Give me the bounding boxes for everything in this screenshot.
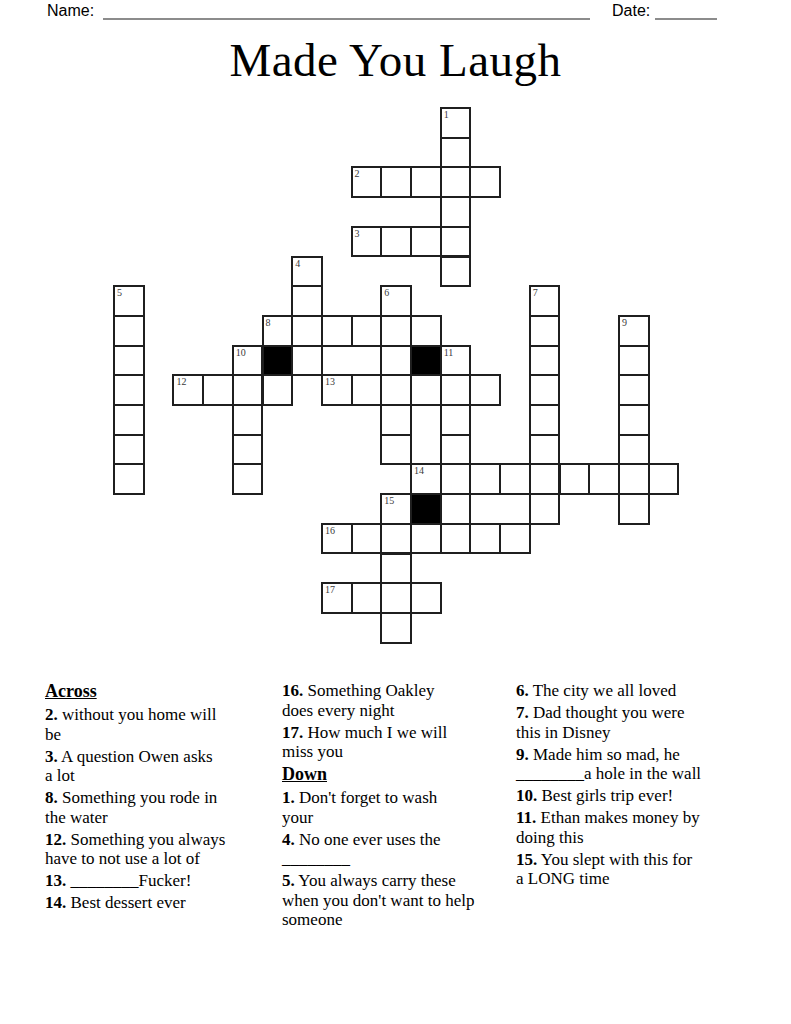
- clue-column-3: 6. The city we all loved7. Dad thought y…: [516, 681, 738, 891]
- clue: 1. Don't forget to wash your: [282, 788, 512, 827]
- grid-cell[interactable]: 13: [321, 374, 353, 406]
- clue-text: How much I we will miss you: [282, 723, 447, 762]
- grid-cell[interactable]: [351, 315, 383, 347]
- clue: 7. Dad thought you were this in Disney: [516, 703, 738, 742]
- clue-text: Made him so mad, he ________a hole in th…: [516, 745, 701, 784]
- clue-text: Best dessert ever: [66, 893, 185, 912]
- clue-column-1: Across2. without you home will be3. A qu…: [45, 681, 257, 915]
- grid-cell[interactable]: [351, 374, 383, 406]
- grid-cell[interactable]: [380, 582, 412, 614]
- grid-cell[interactable]: [648, 463, 680, 495]
- grid-cell[interactable]: [113, 434, 145, 466]
- clue-number: 4.: [282, 830, 295, 849]
- grid-cell[interactable]: [410, 226, 442, 258]
- date-fill-in-line[interactable]: [655, 17, 717, 20]
- grid-cell[interactable]: [291, 285, 323, 317]
- clue: 9. Made him so mad, he ________a hole in…: [516, 745, 738, 784]
- clue-number: 14.: [45, 893, 66, 912]
- grid-cell[interactable]: [351, 523, 383, 555]
- cell-number: 15: [384, 495, 394, 506]
- grid-cell[interactable]: [380, 404, 412, 436]
- name-fill-in-line[interactable]: [103, 17, 590, 20]
- grid-cell[interactable]: 15: [380, 493, 412, 525]
- clue: 17. How much I we will miss you: [282, 723, 512, 762]
- grid-cell[interactable]: [410, 315, 442, 347]
- clue-number: 2.: [45, 705, 58, 724]
- cell-number: 5: [117, 287, 122, 298]
- clue-column-2: 16. Something Oakley does every night17.…: [282, 681, 512, 932]
- grid-cell[interactable]: [529, 404, 561, 436]
- grid-cell[interactable]: [291, 315, 323, 347]
- grid-cell[interactable]: 10: [232, 345, 264, 377]
- grid-cell[interactable]: [113, 345, 145, 377]
- grid-cell[interactable]: [380, 553, 412, 585]
- clue-number: 17.: [282, 723, 303, 742]
- grid-cell[interactable]: [440, 166, 472, 198]
- grid-cell[interactable]: [440, 226, 472, 258]
- cell-number: 1: [444, 109, 449, 120]
- grid-cell[interactable]: [202, 374, 234, 406]
- cell-number: 13: [325, 376, 335, 387]
- clue-number: 13.: [45, 871, 66, 890]
- grid-cell[interactable]: [410, 523, 442, 555]
- grid-cell[interactable]: [291, 345, 323, 377]
- cell-number: 7: [533, 287, 538, 298]
- grid-cell[interactable]: [262, 374, 294, 406]
- grid-cell[interactable]: [232, 404, 264, 436]
- block-cell: [410, 345, 442, 377]
- grid-cell[interactable]: [618, 374, 650, 406]
- block-cell: [410, 493, 442, 525]
- clue-text: The city we all loved: [529, 681, 676, 700]
- grid-cell[interactable]: [380, 523, 412, 555]
- grid-cell[interactable]: [380, 226, 412, 258]
- clue: 6. The city we all loved: [516, 681, 738, 701]
- cell-number: 6: [384, 287, 389, 298]
- clue-number: 8.: [45, 788, 58, 807]
- clue-number: 12.: [45, 830, 66, 849]
- clue: 16. Something Oakley does every night: [282, 681, 512, 720]
- grid-cell[interactable]: [529, 315, 561, 347]
- grid-cell[interactable]: [499, 523, 531, 555]
- clue-text: Something you rode in the water: [45, 788, 217, 827]
- grid-cell[interactable]: 9: [618, 315, 650, 347]
- clue-number: 15.: [516, 850, 537, 869]
- grid-cell[interactable]: 11: [440, 345, 472, 377]
- clue-number: 9.: [516, 745, 529, 764]
- grid-cell[interactable]: [232, 434, 264, 466]
- clue-text: Something you always have to not use a l…: [45, 830, 225, 869]
- clue: 2. without you home will be: [45, 705, 257, 744]
- clue-number: 16.: [282, 681, 303, 700]
- clue-text: No one ever uses the ________: [282, 830, 441, 869]
- grid-cell[interactable]: [440, 523, 472, 555]
- clue-text: You slept with this for a LONG time: [516, 850, 692, 889]
- clue-number: 10.: [516, 786, 537, 805]
- cell-number: 10: [236, 347, 246, 358]
- grid-cell[interactable]: 3: [351, 226, 383, 258]
- grid-cell[interactable]: [440, 137, 472, 169]
- grid-cell[interactable]: [618, 463, 650, 495]
- cell-number: 8: [266, 317, 271, 328]
- grid-cell[interactable]: 14: [410, 463, 442, 495]
- grid-cell[interactable]: 6: [380, 285, 412, 317]
- cell-number: 9: [622, 317, 627, 328]
- block-cell: [262, 345, 294, 377]
- grid-cell[interactable]: [559, 463, 591, 495]
- clue: 5. You always carry these when you don't…: [282, 871, 512, 930]
- grid-cell[interactable]: [440, 404, 472, 436]
- grid-cell[interactable]: 12: [172, 374, 204, 406]
- grid-cell[interactable]: [618, 404, 650, 436]
- grid-cell[interactable]: [410, 166, 442, 198]
- grid-cell[interactable]: [321, 315, 353, 347]
- grid-cell[interactable]: [113, 463, 145, 495]
- grid-cell[interactable]: [618, 434, 650, 466]
- grid-cell[interactable]: [469, 166, 501, 198]
- grid-cell[interactable]: [529, 463, 561, 495]
- clue-text: You always carry these when you don't wa…: [282, 871, 474, 929]
- crossword-grid: 1234567891011121314151617: [113, 107, 679, 644]
- grid-cell[interactable]: [469, 523, 501, 555]
- grid-cell[interactable]: [440, 256, 472, 288]
- cell-number: 17: [325, 584, 335, 595]
- grid-cell[interactable]: [380, 315, 412, 347]
- clue-text: A question Owen asks a lot: [45, 747, 213, 786]
- clue: 12. Something you always have to not use…: [45, 830, 257, 869]
- grid-cell[interactable]: [440, 196, 472, 228]
- clue: 13. ________Fucker!: [45, 871, 257, 891]
- clue: 14. Best dessert ever: [45, 893, 257, 913]
- clue: 4. No one ever uses the ________: [282, 830, 512, 869]
- grid-cell[interactable]: [529, 345, 561, 377]
- grid-cell[interactable]: 1: [440, 107, 472, 139]
- grid-cell[interactable]: [618, 345, 650, 377]
- grid-cell[interactable]: [499, 463, 531, 495]
- date-label: Date:: [612, 2, 650, 20]
- clue-number: 3.: [45, 747, 58, 766]
- name-label: Name:: [47, 2, 94, 20]
- grid-cell[interactable]: [440, 434, 472, 466]
- clue-text: without you home will be: [45, 705, 216, 744]
- cell-number: 2: [355, 168, 360, 179]
- clue-list-header: Across: [45, 681, 257, 701]
- grid-cell[interactable]: [380, 374, 412, 406]
- grid-cell[interactable]: [351, 582, 383, 614]
- clue-text: Dad thought you were this in Disney: [516, 703, 685, 742]
- grid-cell[interactable]: 4: [291, 256, 323, 288]
- grid-cell[interactable]: [380, 166, 412, 198]
- grid-cell[interactable]: [469, 463, 501, 495]
- grid-cell[interactable]: 8: [262, 315, 294, 347]
- grid-cell[interactable]: [232, 374, 264, 406]
- grid-cell[interactable]: [380, 612, 412, 644]
- grid-cell[interactable]: [113, 404, 145, 436]
- clue-number: 11.: [516, 808, 536, 827]
- grid-cell[interactable]: [440, 463, 472, 495]
- page-title: Made You Laugh: [0, 33, 791, 87]
- grid-cell[interactable]: [321, 345, 382, 377]
- clue-number: 6.: [516, 681, 529, 700]
- clue: 15. You slept with this for a LONG time: [516, 850, 738, 889]
- cell-number: 14: [414, 465, 424, 476]
- worksheet-page: Name: Date: Made You Laugh 1234567891011…: [0, 0, 791, 1024]
- cell-number: 16: [325, 525, 335, 536]
- cell-number: 12: [176, 376, 186, 387]
- clue-text: ________Fucker!: [66, 871, 191, 890]
- cell-number: 3: [355, 228, 360, 239]
- cell-number: 4: [295, 258, 300, 269]
- grid-cell[interactable]: 17: [321, 582, 353, 614]
- grid-cell[interactable]: [529, 374, 561, 406]
- grid-cell[interactable]: [440, 493, 472, 525]
- grid-cell[interactable]: [440, 374, 472, 406]
- grid-cell[interactable]: [113, 374, 145, 406]
- clue-number: 5.: [282, 871, 295, 890]
- clue: 3. A question Owen asks a lot: [45, 747, 257, 786]
- clue-text: Ethan makes money by doing this: [516, 808, 700, 847]
- grid-cell[interactable]: [232, 463, 264, 495]
- clue-list-header: Down: [282, 764, 512, 784]
- clue-text: Something Oakley does every night: [282, 681, 435, 720]
- grid-cell[interactable]: 5: [113, 285, 145, 317]
- grid-cell[interactable]: [410, 582, 442, 614]
- grid-cell[interactable]: 7: [529, 285, 561, 317]
- grid-cell[interactable]: [380, 345, 412, 377]
- clue: 11. Ethan makes money by doing this: [516, 808, 738, 847]
- grid-cell[interactable]: [618, 493, 650, 525]
- grid-cell[interactable]: 2: [351, 166, 383, 198]
- grid-cell[interactable]: [410, 374, 442, 406]
- clue-number: 1.: [282, 788, 295, 807]
- grid-cell[interactable]: [588, 463, 620, 495]
- grid-cell[interactable]: 16: [321, 523, 353, 555]
- grid-cell[interactable]: [469, 493, 530, 525]
- clue-number: 7.: [516, 703, 529, 722]
- grid-cell[interactable]: [113, 315, 145, 347]
- grid-cell[interactable]: [380, 434, 412, 466]
- grid-cell[interactable]: [469, 374, 501, 406]
- cell-number: 11: [444, 347, 454, 358]
- clue: 8. Something you rode in the water: [45, 788, 257, 827]
- clue-text: Best girls trip ever!: [537, 786, 673, 805]
- clue: 10. Best girls trip ever!: [516, 786, 738, 806]
- grid-cell[interactable]: [529, 493, 561, 525]
- grid-cell[interactable]: [529, 434, 561, 466]
- clue-text: Don't forget to wash your: [282, 788, 437, 827]
